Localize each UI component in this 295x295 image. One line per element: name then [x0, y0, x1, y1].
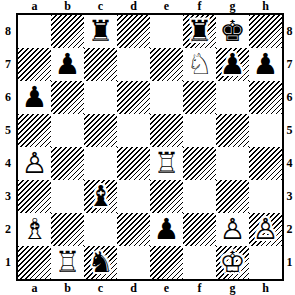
square-g6[interactable]: [216, 81, 249, 114]
file-label-f: f: [183, 0, 216, 13]
file-label-h: h: [249, 282, 282, 295]
file-label-d: d: [117, 0, 150, 13]
square-d5[interactable]: [117, 114, 150, 147]
square-d8[interactable]: [117, 15, 150, 48]
square-h6[interactable]: [249, 81, 282, 114]
square-e4[interactable]: ♖: [150, 147, 183, 180]
square-c4[interactable]: [84, 147, 117, 180]
rank-label-7: 7: [284, 48, 295, 81]
square-c6[interactable]: [84, 81, 117, 114]
rank-label-6: 6: [284, 81, 295, 114]
square-h1[interactable]: [249, 246, 282, 279]
file-label-b: b: [51, 0, 84, 13]
white-knight[interactable]: ♘: [187, 48, 213, 81]
square-e3[interactable]: [150, 180, 183, 213]
black-pawn[interactable]: ♟: [154, 213, 180, 246]
board: ♜♜♚♟♘♟♟♟♙♖♝♗♟♙♙♖♞♔: [16, 13, 284, 281]
rank-label-1: 1: [0, 246, 16, 279]
square-c7[interactable]: [84, 48, 117, 81]
file-labels-bottom: abcdefgh: [16, 281, 284, 295]
file-label-g: g: [216, 282, 249, 295]
square-f4[interactable]: [183, 147, 216, 180]
square-c2[interactable]: [84, 213, 117, 246]
square-g1[interactable]: ♔: [216, 246, 249, 279]
chess-board-diagram: abcdefgh 87654321 ♜♜♚♟♘♟♟♟♙♖♝♗♟♙♙♖♞♔ 876…: [0, 0, 295, 295]
rank-label-7: 7: [0, 48, 16, 81]
square-h4[interactable]: [249, 147, 282, 180]
file-label-a: a: [18, 0, 51, 13]
square-b3[interactable]: [51, 180, 84, 213]
square-b5[interactable]: [51, 114, 84, 147]
black-pawn[interactable]: ♟: [253, 48, 279, 81]
black-rook[interactable]: ♜: [88, 15, 114, 48]
white-pawn[interactable]: ♙: [253, 213, 279, 246]
square-h3[interactable]: [249, 180, 282, 213]
file-label-d: d: [117, 282, 150, 295]
square-b4[interactable]: [51, 147, 84, 180]
square-g2[interactable]: ♙: [216, 213, 249, 246]
square-d4[interactable]: [117, 147, 150, 180]
black-king[interactable]: ♚: [220, 15, 246, 48]
square-b8[interactable]: [51, 15, 84, 48]
square-g4[interactable]: [216, 147, 249, 180]
white-rook[interactable]: ♖: [154, 147, 180, 180]
square-a5[interactable]: [18, 114, 51, 147]
square-g5[interactable]: [216, 114, 249, 147]
square-b2[interactable]: [51, 213, 84, 246]
square-d6[interactable]: [117, 81, 150, 114]
white-rook[interactable]: ♖: [55, 246, 81, 279]
square-f3[interactable]: [183, 180, 216, 213]
rank-label-1: 1: [284, 246, 295, 279]
square-c8[interactable]: ♜: [84, 15, 117, 48]
square-h2[interactable]: ♙: [249, 213, 282, 246]
black-pawn[interactable]: ♟: [22, 81, 48, 114]
square-a3[interactable]: [18, 180, 51, 213]
square-a1[interactable]: [18, 246, 51, 279]
square-e6[interactable]: [150, 81, 183, 114]
square-f8[interactable]: ♜: [183, 15, 216, 48]
square-a7[interactable]: [18, 48, 51, 81]
black-knight[interactable]: ♞: [88, 246, 114, 279]
file-label-a: a: [18, 282, 51, 295]
black-pawn[interactable]: ♟: [220, 48, 246, 81]
square-a8[interactable]: [18, 15, 51, 48]
square-b6[interactable]: [51, 81, 84, 114]
square-h8[interactable]: [249, 15, 282, 48]
white-king[interactable]: ♔: [220, 246, 246, 279]
square-e7[interactable]: [150, 48, 183, 81]
square-e1[interactable]: [150, 246, 183, 279]
square-g3[interactable]: [216, 180, 249, 213]
square-h7[interactable]: ♟: [249, 48, 282, 81]
square-a2[interactable]: ♗: [18, 213, 51, 246]
square-c1[interactable]: ♞: [84, 246, 117, 279]
square-a6[interactable]: ♟: [18, 81, 51, 114]
rank-label-5: 5: [284, 114, 295, 147]
rank-label-2: 2: [284, 213, 295, 246]
square-f1[interactable]: [183, 246, 216, 279]
rank-label-4: 4: [284, 147, 295, 180]
file-label-c: c: [84, 282, 117, 295]
file-label-h: h: [249, 0, 282, 13]
black-bishop[interactable]: ♝: [88, 180, 114, 213]
rank-label-6: 6: [0, 81, 16, 114]
square-a4[interactable]: ♙: [18, 147, 51, 180]
rank-labels-right: 87654321: [284, 13, 295, 281]
file-labels-top: abcdefgh: [16, 0, 284, 13]
file-label-e: e: [150, 282, 183, 295]
white-bishop[interactable]: ♗: [22, 213, 48, 246]
black-pawn[interactable]: ♟: [55, 48, 81, 81]
white-pawn[interactable]: ♙: [22, 147, 48, 180]
square-e2[interactable]: ♟: [150, 213, 183, 246]
file-label-g: g: [216, 0, 249, 13]
file-label-f: f: [183, 282, 216, 295]
square-d3[interactable]: [117, 180, 150, 213]
rank-label-5: 5: [0, 114, 16, 147]
black-rook[interactable]: ♜: [187, 15, 213, 48]
file-label-b: b: [51, 282, 84, 295]
square-d1[interactable]: [117, 246, 150, 279]
file-label-c: c: [84, 0, 117, 13]
square-h5[interactable]: [249, 114, 282, 147]
square-f5[interactable]: [183, 114, 216, 147]
square-d2[interactable]: [117, 213, 150, 246]
square-g8[interactable]: ♚: [216, 15, 249, 48]
square-c3[interactable]: ♝: [84, 180, 117, 213]
square-g7[interactable]: ♟: [216, 48, 249, 81]
rank-label-2: 2: [0, 213, 16, 246]
rank-label-4: 4: [0, 147, 16, 180]
square-e5[interactable]: [150, 114, 183, 147]
square-f6[interactable]: [183, 81, 216, 114]
rank-label-3: 3: [0, 180, 16, 213]
square-e8[interactable]: [150, 15, 183, 48]
square-b7[interactable]: ♟: [51, 48, 84, 81]
rank-label-8: 8: [0, 15, 16, 48]
square-c5[interactable]: [84, 114, 117, 147]
square-b1[interactable]: ♖: [51, 246, 84, 279]
rank-labels-left: 87654321: [0, 13, 16, 281]
rank-label-3: 3: [284, 180, 295, 213]
white-pawn[interactable]: ♙: [220, 213, 246, 246]
file-label-e: e: [150, 0, 183, 13]
square-d7[interactable]: [117, 48, 150, 81]
square-f7[interactable]: ♘: [183, 48, 216, 81]
square-f2[interactable]: [183, 213, 216, 246]
rank-label-8: 8: [284, 15, 295, 48]
